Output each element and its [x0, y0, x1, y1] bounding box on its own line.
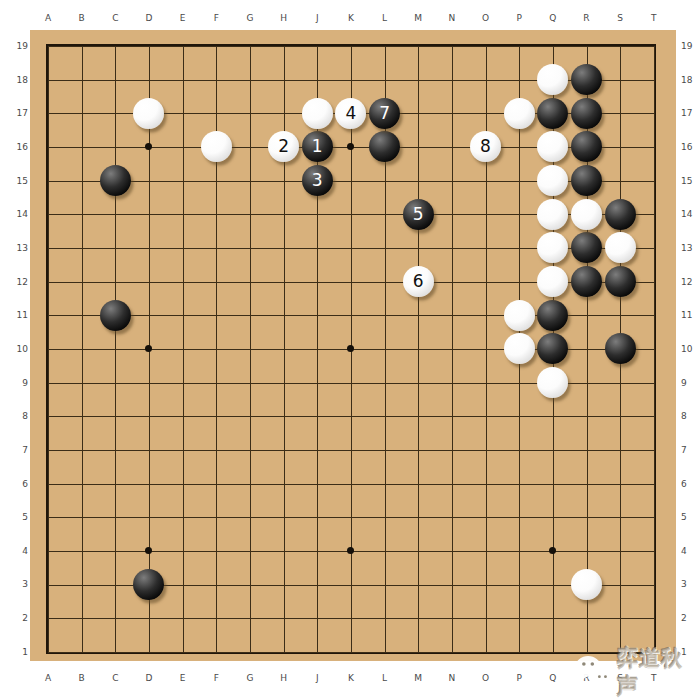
stone-white-o16-move-8: 8: [470, 131, 501, 162]
move-number-label: 8: [480, 138, 491, 155]
coord-label-bottom-k: K: [334, 673, 368, 683]
stone-white-q18: [537, 64, 568, 95]
coord-label-bottom-j: J: [300, 673, 334, 683]
coord-label-right-5: 5: [681, 500, 699, 534]
coord-label-bottom-l: L: [368, 673, 402, 683]
coord-label-bottom-b: B: [65, 673, 99, 683]
left-coordinates: 19181716151413121110987654321: [2, 29, 28, 668]
coord-label-right-14: 14: [681, 197, 699, 231]
star-point-d10: [145, 345, 152, 352]
move-number-label: 2: [278, 138, 289, 155]
coord-label-left-9: 9: [2, 366, 28, 400]
coord-label-left-10: 10: [2, 332, 28, 366]
stone-black-r16: [571, 131, 602, 162]
coord-label-right-18: 18: [681, 63, 699, 97]
stone-white-f16: [201, 131, 232, 162]
coord-label-right-10: 10: [681, 332, 699, 366]
coord-label-right-12: 12: [681, 265, 699, 299]
coord-label-top-d: D: [132, 13, 166, 23]
stone-black-j15-move-3: 3: [302, 165, 333, 196]
coord-label-left-16: 16: [2, 130, 28, 164]
coord-label-bottom-g: G: [233, 673, 267, 683]
coord-label-bottom-d: D: [132, 673, 166, 683]
coord-label-bottom-e: E: [166, 673, 200, 683]
coord-label-left-13: 13: [2, 231, 28, 265]
stone-black-d3: [133, 569, 164, 600]
coord-label-top-m: M: [401, 13, 435, 23]
coord-label-bottom-c: C: [98, 673, 132, 683]
stone-black-s10: [605, 333, 636, 364]
coord-label-left-11: 11: [2, 298, 28, 332]
star-point-k10: [347, 345, 354, 352]
star-point-k16: [347, 143, 354, 150]
move-number-label: 3: [312, 172, 323, 189]
coord-label-bottom-p: P: [502, 673, 536, 683]
coord-label-right-9: 9: [681, 366, 699, 400]
watermark-text: 弈道秋声: [617, 644, 700, 700]
coord-label-left-15: 15: [2, 164, 28, 198]
wechat-icon: [574, 652, 615, 692]
stone-white-q13: [537, 232, 568, 263]
stone-white-d17: [133, 98, 164, 129]
stone-white-q12: [537, 266, 568, 297]
stone-black-c15: [100, 165, 131, 196]
coord-label-top-c: C: [98, 13, 132, 23]
coord-label-left-17: 17: [2, 96, 28, 130]
coord-label-left-2: 2: [2, 601, 28, 635]
stone-black-m14-move-5: 5: [403, 199, 434, 230]
watermark: 弈道秋声: [574, 644, 700, 700]
star-point-d16: [145, 143, 152, 150]
coord-label-right-11: 11: [681, 298, 699, 332]
coord-label-top-g: G: [233, 13, 267, 23]
coord-label-top-a: A: [31, 13, 65, 23]
coord-label-right-16: 16: [681, 130, 699, 164]
stone-white-p10: [504, 333, 535, 364]
coord-label-right-4: 4: [681, 534, 699, 568]
coord-label-top-e: E: [166, 13, 200, 23]
coord-label-right-2: 2: [681, 601, 699, 635]
stone-black-q11: [537, 300, 568, 331]
stone-white-r14: [571, 199, 602, 230]
coord-label-top-k: K: [334, 13, 368, 23]
coord-label-top-b: B: [65, 13, 99, 23]
coord-label-bottom-f: F: [199, 673, 233, 683]
coord-label-bottom-n: N: [435, 673, 469, 683]
coord-label-right-13: 13: [681, 231, 699, 265]
stone-white-s13: [605, 232, 636, 263]
move-number-label: 6: [413, 273, 424, 290]
coord-label-top-t: T: [637, 13, 671, 23]
coord-label-top-j: J: [300, 13, 334, 23]
stone-black-q10: [537, 333, 568, 364]
coord-label-top-p: P: [502, 13, 536, 23]
star-point-k4: [347, 547, 354, 554]
coord-label-left-6: 6: [2, 467, 28, 501]
coord-label-bottom-h: H: [267, 673, 301, 683]
coord-label-top-q: Q: [536, 13, 570, 23]
coord-label-top-s: S: [603, 13, 637, 23]
top-coordinates: ABCDEFGHJKLMNOPQRST: [31, 13, 670, 23]
stone-white-q16: [537, 131, 568, 162]
stone-black-l16: [369, 131, 400, 162]
coord-label-right-8: 8: [681, 399, 699, 433]
coord-label-top-n: N: [435, 13, 469, 23]
stone-white-p11: [504, 300, 535, 331]
coord-label-left-8: 8: [2, 399, 28, 433]
coord-label-left-4: 4: [2, 534, 28, 568]
stone-black-l17-move-7: 7: [369, 98, 400, 129]
stone-black-r17: [571, 98, 602, 129]
stone-white-p17: [504, 98, 535, 129]
coord-label-bottom-m: M: [401, 673, 435, 683]
stones-layer: 13752486: [31, 29, 670, 668]
coord-label-top-l: L: [368, 13, 402, 23]
coord-label-top-o: O: [469, 13, 503, 23]
right-coordinates: 19181716151413121110987654321: [681, 29, 699, 668]
stone-black-s14: [605, 199, 636, 230]
stone-white-q14: [537, 199, 568, 230]
coord-label-top-h: H: [267, 13, 301, 23]
coord-label-right-15: 15: [681, 164, 699, 198]
move-number-label: 4: [345, 105, 356, 122]
move-number-label: 5: [413, 206, 424, 223]
stone-white-k17-move-4: 4: [335, 98, 366, 129]
coord-label-left-19: 19: [2, 29, 28, 63]
stone-black-r15: [571, 165, 602, 196]
stone-black-j16-move-1: 1: [302, 131, 333, 162]
coord-label-left-5: 5: [2, 500, 28, 534]
star-point-d4: [145, 547, 152, 554]
coord-label-top-r: R: [570, 13, 604, 23]
coord-label-right-6: 6: [681, 467, 699, 501]
coord-label-right-17: 17: [681, 96, 699, 130]
coord-label-left-1: 1: [2, 635, 28, 669]
move-number-label: 7: [379, 105, 390, 122]
stone-black-s12: [605, 266, 636, 297]
stone-white-r3: [571, 569, 602, 600]
coord-label-right-3: 3: [681, 568, 699, 602]
move-number-label: 1: [312, 138, 323, 155]
coord-label-left-14: 14: [2, 197, 28, 231]
coord-label-bottom-o: O: [469, 673, 503, 683]
coord-label-bottom-q: Q: [536, 673, 570, 683]
stone-black-r12: [571, 266, 602, 297]
coord-label-left-18: 18: [2, 63, 28, 97]
star-point-q4: [549, 547, 556, 554]
stone-white-j17: [302, 98, 333, 129]
go-diagram: ABCDEFGHJKLMNOPQRST ABCDEFGHJKLMNOPQRST …: [0, 0, 700, 700]
coord-label-left-7: 7: [2, 433, 28, 467]
coord-label-left-3: 3: [2, 568, 28, 602]
stone-black-q17: [537, 98, 568, 129]
coord-label-right-7: 7: [681, 433, 699, 467]
stone-white-m12-move-6: 6: [403, 266, 434, 297]
stone-black-r18: [571, 64, 602, 95]
coord-label-left-12: 12: [2, 265, 28, 299]
stone-white-q15: [537, 165, 568, 196]
coord-label-top-f: F: [199, 13, 233, 23]
stone-black-r13: [571, 232, 602, 263]
coord-label-bottom-a: A: [31, 673, 65, 683]
coord-label-right-19: 19: [681, 29, 699, 63]
stone-black-c11: [100, 300, 131, 331]
stone-white-h16-move-2: 2: [268, 131, 299, 162]
stone-white-q9: [537, 367, 568, 398]
